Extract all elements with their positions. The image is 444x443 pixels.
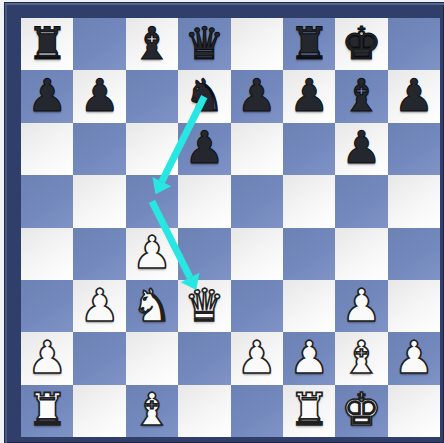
square-b2[interactable] (73, 332, 125, 384)
piece-white-pawn[interactable]: ♟ (79, 283, 119, 328)
piece-black-king[interactable]: ♚ (341, 21, 381, 66)
square-a2[interactable]: ♟ (21, 332, 73, 384)
square-e1[interactable] (231, 385, 283, 437)
piece-black-pawn[interactable]: ♟ (289, 73, 329, 118)
square-h6[interactable] (388, 123, 440, 175)
square-a5[interactable] (21, 175, 73, 227)
square-a6[interactable] (21, 123, 73, 175)
square-a8[interactable]: ♜ (21, 18, 73, 70)
piece-white-rook[interactable]: ♜ (289, 387, 329, 432)
piece-black-bishop[interactable]: ♝ (341, 73, 381, 118)
square-d3[interactable]: ♛ (178, 280, 230, 332)
piece-black-knight[interactable]: ♞ (184, 73, 224, 118)
square-e3[interactable] (231, 280, 283, 332)
square-g4[interactable] (335, 228, 387, 280)
piece-white-pawn[interactable]: ♟ (237, 335, 277, 380)
square-a7[interactable]: ♟ (21, 70, 73, 122)
piece-black-pawn[interactable]: ♟ (184, 125, 224, 170)
square-d8[interactable]: ♛ (178, 18, 230, 70)
square-c2[interactable] (126, 332, 178, 384)
square-g2[interactable]: ♝ (335, 332, 387, 384)
piece-white-bishop[interactable]: ♝ (132, 387, 172, 432)
piece-white-pawn[interactable]: ♟ (341, 283, 381, 328)
piece-black-pawn[interactable]: ♟ (394, 73, 434, 118)
piece-white-king[interactable]: ♚ (341, 387, 381, 432)
piece-black-bishop[interactable]: ♝ (132, 21, 172, 66)
square-g7[interactable]: ♝ (335, 70, 387, 122)
square-h2[interactable]: ♟ (388, 332, 440, 384)
square-e7[interactable]: ♟ (231, 70, 283, 122)
piece-black-rook[interactable]: ♜ (27, 21, 67, 66)
square-a1[interactable]: ♜ (21, 385, 73, 437)
square-g1[interactable]: ♚ (335, 385, 387, 437)
square-b3[interactable]: ♟ (73, 280, 125, 332)
square-f8[interactable]: ♜ (283, 18, 335, 70)
square-e2[interactable]: ♟ (231, 332, 283, 384)
piece-black-queen[interactable]: ♛ (184, 21, 224, 66)
square-c8[interactable]: ♝ (126, 18, 178, 70)
square-d2[interactable] (178, 332, 230, 384)
square-f1[interactable]: ♜ (283, 385, 335, 437)
square-g3[interactable]: ♟ (335, 280, 387, 332)
square-h5[interactable] (388, 175, 440, 227)
chess-app-window: ♜♝♛♜♚♟♟♞♟♟♝♟♟♟♟♟♞♛♟♟♟♟♝♟♜♝♜♚ (0, 0, 444, 443)
piece-black-rook[interactable]: ♜ (289, 21, 329, 66)
piece-white-bishop[interactable]: ♝ (341, 335, 381, 380)
square-h4[interactable] (388, 228, 440, 280)
square-c4[interactable]: ♟ (126, 228, 178, 280)
square-c6[interactable] (126, 123, 178, 175)
chess-board: ♜♝♛♜♚♟♟♞♟♟♝♟♟♟♟♟♞♛♟♟♟♟♝♟♜♝♜♚ (21, 18, 440, 437)
piece-black-pawn[interactable]: ♟ (27, 73, 67, 118)
piece-white-knight[interactable]: ♞ (132, 283, 172, 328)
square-g8[interactable]: ♚ (335, 18, 387, 70)
square-a4[interactable] (21, 228, 73, 280)
square-c3[interactable]: ♞ (126, 280, 178, 332)
square-h7[interactable]: ♟ (388, 70, 440, 122)
square-b8[interactable] (73, 18, 125, 70)
square-c7[interactable] (126, 70, 178, 122)
square-e4[interactable] (231, 228, 283, 280)
square-b4[interactable] (73, 228, 125, 280)
square-f2[interactable]: ♟ (283, 332, 335, 384)
square-h8[interactable] (388, 18, 440, 70)
square-d5[interactable] (178, 175, 230, 227)
square-e5[interactable] (231, 175, 283, 227)
square-d7[interactable]: ♞ (178, 70, 230, 122)
piece-black-pawn[interactable]: ♟ (79, 73, 119, 118)
piece-black-pawn[interactable]: ♟ (341, 125, 381, 170)
square-g5[interactable] (335, 175, 387, 227)
square-a3[interactable] (21, 280, 73, 332)
square-b6[interactable] (73, 123, 125, 175)
piece-white-pawn[interactable]: ♟ (394, 335, 434, 380)
square-b1[interactable] (73, 385, 125, 437)
square-b7[interactable]: ♟ (73, 70, 125, 122)
square-g6[interactable]: ♟ (335, 123, 387, 175)
square-h3[interactable] (388, 280, 440, 332)
piece-black-pawn[interactable]: ♟ (237, 73, 277, 118)
piece-white-pawn[interactable]: ♟ (132, 230, 172, 275)
square-b5[interactable] (73, 175, 125, 227)
piece-white-rook[interactable]: ♜ (27, 387, 67, 432)
square-f4[interactable] (283, 228, 335, 280)
square-d4[interactable] (178, 228, 230, 280)
square-c1[interactable]: ♝ (126, 385, 178, 437)
square-f6[interactable] (283, 123, 335, 175)
square-f5[interactable] (283, 175, 335, 227)
square-h1[interactable] (388, 385, 440, 437)
piece-white-queen[interactable]: ♛ (184, 283, 224, 328)
square-f3[interactable] (283, 280, 335, 332)
square-e6[interactable] (231, 123, 283, 175)
square-f7[interactable]: ♟ (283, 70, 335, 122)
square-c5[interactable] (126, 175, 178, 227)
piece-white-pawn[interactable]: ♟ (27, 335, 67, 380)
square-d6[interactable]: ♟ (178, 123, 230, 175)
square-d1[interactable] (178, 385, 230, 437)
piece-white-pawn[interactable]: ♟ (289, 335, 329, 380)
square-e8[interactable] (231, 18, 283, 70)
